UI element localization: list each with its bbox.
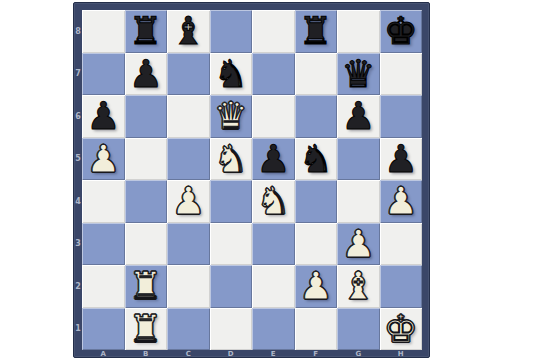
white-pawn-piece[interactable]: ♟ <box>341 223 375 266</box>
square-c6[interactable] <box>167 95 210 138</box>
square-g5[interactable] <box>337 138 380 181</box>
square-h8[interactable]: ♚ <box>380 10 423 53</box>
square-e5[interactable]: ♟ <box>252 138 295 181</box>
chess-board: ♜♝♜♚♟♞♛♟♛♟♟♞♟♞♟♟♞♟♟♜♟♝♜♚ <box>82 10 422 350</box>
rank-label-1: 1 <box>74 308 82 351</box>
square-h2[interactable] <box>380 265 423 308</box>
square-h5[interactable]: ♟ <box>380 138 423 181</box>
file-label-d: D <box>210 350 253 357</box>
rank-label-2: 2 <box>74 265 82 308</box>
white-rook-piece[interactable]: ♜ <box>129 308 163 351</box>
square-g2[interactable]: ♝ <box>337 265 380 308</box>
square-a1[interactable] <box>82 308 125 351</box>
square-e1[interactable] <box>252 308 295 351</box>
black-pawn-piece[interactable]: ♟ <box>256 138 290 181</box>
square-c2[interactable] <box>167 265 210 308</box>
black-knight-piece[interactable]: ♞ <box>299 138 333 181</box>
square-f8[interactable]: ♜ <box>295 10 338 53</box>
square-h4[interactable]: ♟ <box>380 180 423 223</box>
black-knight-piece[interactable]: ♞ <box>214 53 248 96</box>
square-d1[interactable] <box>210 308 253 351</box>
square-e6[interactable] <box>252 95 295 138</box>
square-f2[interactable]: ♟ <box>295 265 338 308</box>
square-d4[interactable] <box>210 180 253 223</box>
white-bishop-piece[interactable]: ♝ <box>341 265 375 308</box>
square-e2[interactable] <box>252 265 295 308</box>
rank-label-4: 4 <box>74 180 82 223</box>
square-g3[interactable]: ♟ <box>337 223 380 266</box>
square-e7[interactable] <box>252 53 295 96</box>
square-f5[interactable]: ♞ <box>295 138 338 181</box>
white-knight-piece[interactable]: ♞ <box>214 138 248 181</box>
black-rook-piece[interactable]: ♜ <box>299 10 333 53</box>
square-h3[interactable] <box>380 223 423 266</box>
page-canvas: 87654321 ♜♝♜♚♟♞♛♟♛♟♟♞♟♞♟♟♞♟♟♜♟♝♜♚ ABCDEF… <box>0 0 540 360</box>
square-c8[interactable]: ♝ <box>167 10 210 53</box>
white-queen-piece[interactable]: ♛ <box>214 95 248 138</box>
square-g4[interactable] <box>337 180 380 223</box>
square-b3[interactable] <box>125 223 168 266</box>
black-bishop-piece[interactable]: ♝ <box>171 10 205 53</box>
file-label-g: G <box>337 350 380 357</box>
white-rook-piece[interactable]: ♜ <box>129 265 163 308</box>
black-king-piece[interactable]: ♚ <box>384 10 418 53</box>
white-pawn-piece[interactable]: ♟ <box>299 265 333 308</box>
square-b4[interactable] <box>125 180 168 223</box>
square-e4[interactable]: ♞ <box>252 180 295 223</box>
square-h7[interactable] <box>380 53 423 96</box>
square-f7[interactable] <box>295 53 338 96</box>
file-label-f: F <box>295 350 338 357</box>
square-a7[interactable] <box>82 53 125 96</box>
square-d8[interactable] <box>210 10 253 53</box>
square-f3[interactable] <box>295 223 338 266</box>
chess-board-frame: 87654321 ♜♝♜♚♟♞♛♟♛♟♟♞♟♞♟♟♞♟♟♜♟♝♜♚ ABCDEF… <box>73 2 430 358</box>
white-pawn-piece[interactable]: ♟ <box>86 138 120 181</box>
square-h1[interactable]: ♚ <box>380 308 423 351</box>
square-a8[interactable] <box>82 10 125 53</box>
square-a5[interactable]: ♟ <box>82 138 125 181</box>
square-f6[interactable] <box>295 95 338 138</box>
square-b5[interactable] <box>125 138 168 181</box>
square-a6[interactable]: ♟ <box>82 95 125 138</box>
square-b8[interactable]: ♜ <box>125 10 168 53</box>
white-king-piece[interactable]: ♚ <box>384 308 418 351</box>
rank-label-5: 5 <box>74 138 82 181</box>
square-f1[interactable] <box>295 308 338 351</box>
white-knight-piece[interactable]: ♞ <box>256 180 290 223</box>
square-g8[interactable] <box>337 10 380 53</box>
rank-label-7: 7 <box>74 53 82 96</box>
square-a2[interactable] <box>82 265 125 308</box>
square-b6[interactable] <box>125 95 168 138</box>
square-h6[interactable] <box>380 95 423 138</box>
square-b7[interactable]: ♟ <box>125 53 168 96</box>
square-e8[interactable] <box>252 10 295 53</box>
square-b1[interactable]: ♜ <box>125 308 168 351</box>
black-pawn-piece[interactable]: ♟ <box>129 53 163 96</box>
square-c7[interactable] <box>167 53 210 96</box>
rank-label-3: 3 <box>74 223 82 266</box>
square-d2[interactable] <box>210 265 253 308</box>
square-d5[interactable]: ♞ <box>210 138 253 181</box>
square-c4[interactable]: ♟ <box>167 180 210 223</box>
file-label-a: A <box>82 350 125 357</box>
rank-label-6: 6 <box>74 95 82 138</box>
square-e3[interactable] <box>252 223 295 266</box>
black-pawn-piece[interactable]: ♟ <box>86 95 120 138</box>
rank-labels: 87654321 <box>74 10 82 350</box>
square-f4[interactable] <box>295 180 338 223</box>
black-queen-piece[interactable]: ♛ <box>341 53 375 96</box>
square-b2[interactable]: ♜ <box>125 265 168 308</box>
square-a4[interactable] <box>82 180 125 223</box>
square-c5[interactable] <box>167 138 210 181</box>
file-label-c: C <box>167 350 210 357</box>
file-label-h: H <box>380 350 423 357</box>
square-d6[interactable]: ♛ <box>210 95 253 138</box>
square-d7[interactable]: ♞ <box>210 53 253 96</box>
file-label-b: B <box>125 350 168 357</box>
square-g6[interactable]: ♟ <box>337 95 380 138</box>
black-pawn-piece[interactable]: ♟ <box>341 95 375 138</box>
file-labels: ABCDEFGH <box>82 350 422 357</box>
square-d3[interactable] <box>210 223 253 266</box>
square-c1[interactable] <box>167 308 210 351</box>
square-g7[interactable]: ♛ <box>337 53 380 96</box>
square-a3[interactable] <box>82 223 125 266</box>
white-pawn-piece[interactable]: ♟ <box>384 180 418 223</box>
rank-label-8: 8 <box>74 10 82 53</box>
file-label-e: E <box>252 350 295 357</box>
black-rook-piece[interactable]: ♜ <box>129 10 163 53</box>
square-c3[interactable] <box>167 223 210 266</box>
square-g1[interactable] <box>337 308 380 351</box>
white-pawn-piece[interactable]: ♟ <box>171 180 205 223</box>
black-pawn-piece[interactable]: ♟ <box>384 138 418 181</box>
